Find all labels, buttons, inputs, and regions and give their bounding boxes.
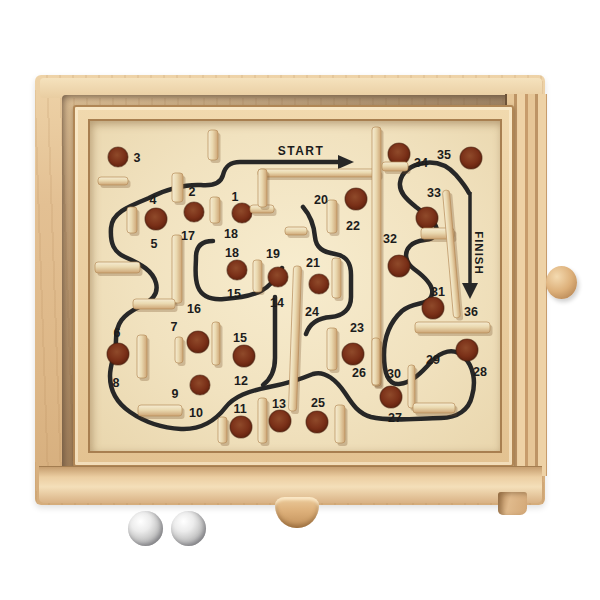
maze-hole-14 <box>107 343 129 365</box>
maze-hole-23 <box>456 339 478 361</box>
maze-wall-23 <box>327 200 337 233</box>
maze-wall-4 <box>210 197 220 223</box>
hole-number-11: 11 <box>233 402 246 416</box>
maze-wall-18 <box>218 417 227 443</box>
hole-number-18: 18 <box>224 227 238 241</box>
hole-number-8: 8 <box>113 376 120 390</box>
maze-hole-11 <box>416 207 438 229</box>
hole-number-33: 33 <box>427 186 441 200</box>
hole-number-19: 19 <box>266 247 280 261</box>
steel-ball-2[interactable] <box>171 511 206 546</box>
hole-number-36: 36 <box>464 305 478 319</box>
hole-number-35: 35 <box>437 148 451 162</box>
hole-number-26: 26 <box>352 366 366 380</box>
hole-number-22: 22 <box>346 219 360 233</box>
hole-number-24: 24 <box>305 305 319 319</box>
hole-number-29: 29 <box>426 353 440 367</box>
maze-wall-6 <box>258 169 380 177</box>
start-label: START <box>278 144 325 158</box>
hole-number-5: 5 <box>151 237 158 251</box>
tilt-knob-right[interactable] <box>546 266 577 299</box>
hole-number-12: 12 <box>234 374 248 388</box>
hole-number-4: 4 <box>150 193 157 207</box>
hole-number-17: 17 <box>181 229 195 243</box>
hole-number-3: 3 <box>134 151 141 165</box>
hole-number-30: 30 <box>387 367 401 381</box>
maze-hole-10 <box>460 147 482 169</box>
labyrinth-game-scene: 1234567891011121314151516171818192021222… <box>0 0 600 600</box>
maze-wall-27 <box>335 405 345 443</box>
maze-wall-1 <box>98 177 128 185</box>
maze-hole-12 <box>388 255 410 277</box>
maze-wall-9 <box>382 162 408 171</box>
maze-hole-19 <box>269 410 291 432</box>
maze-wall-28 <box>408 365 415 408</box>
maze-hole-7 <box>309 274 329 294</box>
maze-wall-12 <box>95 262 140 273</box>
hole-number-6: 6 <box>114 326 121 340</box>
hole-number-34: 34 <box>414 156 428 170</box>
hole-number-16: 16 <box>187 302 201 316</box>
hole-number-1: 1 <box>232 190 239 204</box>
maze-wall-11 <box>172 235 182 303</box>
maze-wall-29 <box>413 403 455 413</box>
maze-hole-13 <box>422 297 444 319</box>
hole-number-13: 13 <box>272 397 286 411</box>
start-arrowhead-head <box>338 155 354 169</box>
maze-wall-14 <box>137 335 147 378</box>
route-segment-4 <box>263 297 275 385</box>
maze-wall-30 <box>415 322 490 333</box>
maze-wall-24 <box>332 258 341 298</box>
finish-label: FINISH <box>473 231 485 275</box>
hole-number-32: 32 <box>383 232 397 246</box>
maze-hole-20 <box>306 411 328 433</box>
maze-hole-4 <box>232 203 252 223</box>
hole-number-27: 27 <box>388 411 402 425</box>
maze-hole-6 <box>268 267 288 287</box>
hole-number-28: 28 <box>473 365 487 379</box>
maze-hole-1 <box>108 147 128 167</box>
maze-wall-22 <box>253 260 262 292</box>
hole-number-15: 15 <box>233 331 247 345</box>
maze-wall-26 <box>372 338 380 385</box>
maze-hole-8 <box>345 188 367 210</box>
maze-hole-2 <box>145 208 167 230</box>
hole-number-14: 14 <box>270 296 284 310</box>
hole-number-21: 21 <box>306 256 320 270</box>
maze-wall-16 <box>212 322 220 365</box>
hole-number-23: 23 <box>350 321 364 335</box>
maze-wall-15 <box>175 337 183 363</box>
maze-hole-17 <box>190 375 210 395</box>
hole-number-10: 10 <box>189 406 203 420</box>
hole-number-25: 25 <box>311 396 325 410</box>
hole-number-2: 2 <box>189 185 196 199</box>
maze-hole-22 <box>380 386 402 408</box>
maze-hole-18 <box>230 416 252 438</box>
maze-hole-5 <box>227 260 247 280</box>
maze-wall-19 <box>258 398 267 443</box>
maze-wall-10 <box>127 207 137 233</box>
maze-wall-2 <box>208 130 218 160</box>
maze-hole-21 <box>342 343 364 365</box>
maze-wall-13 <box>133 299 175 309</box>
maze-hole-3 <box>184 202 204 222</box>
finish-arrow-head <box>462 283 478 299</box>
maze-wall-25 <box>327 328 337 370</box>
maze-hole-15 <box>187 331 209 353</box>
hole-number-15: 15 <box>227 287 241 301</box>
hole-number-20: 20 <box>314 193 328 207</box>
steel-ball-1[interactable] <box>128 511 163 546</box>
maze-wall-17 <box>138 405 182 416</box>
maze-wall-7 <box>258 169 267 207</box>
hole-number-7: 7 <box>171 320 178 334</box>
box-corner-foot <box>498 492 527 515</box>
maze-hole-16 <box>233 345 255 367</box>
hole-number-9: 9 <box>172 387 179 401</box>
maze-wall-3 <box>172 173 183 202</box>
maze-wall-21 <box>285 227 307 235</box>
hole-number-31: 31 <box>431 285 445 299</box>
hole-number-18: 18 <box>225 246 239 260</box>
